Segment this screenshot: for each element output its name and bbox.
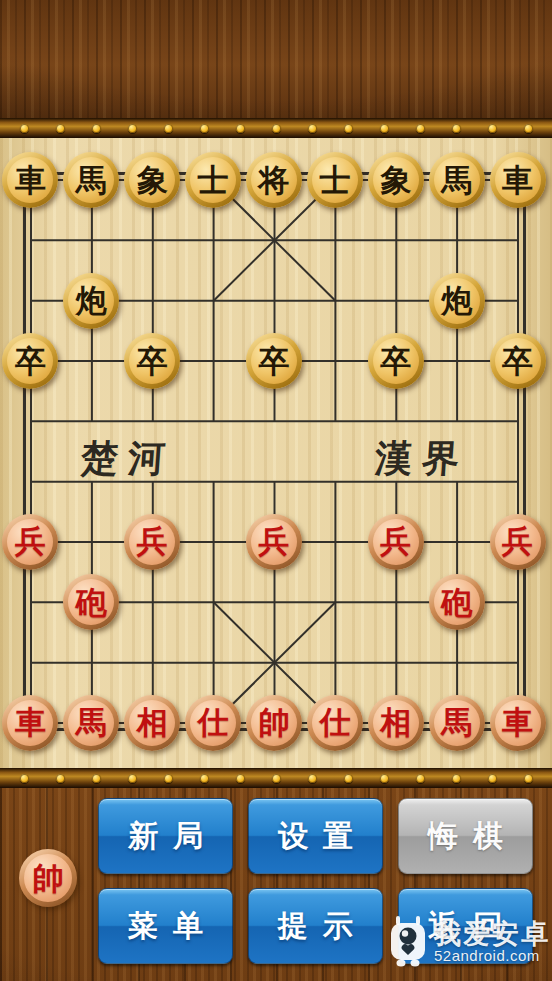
piece-red-chariot[interactable]: 車 xyxy=(2,695,58,751)
hint-button[interactable]: 提示 xyxy=(248,888,383,964)
piece-black-horse[interactable]: 馬 xyxy=(429,152,485,208)
menu-button[interactable]: 菜单 xyxy=(98,888,233,964)
piece-red-general[interactable]: 帥 xyxy=(246,695,302,751)
piece-red-soldier[interactable]: 兵 xyxy=(490,514,546,570)
rivet-stud xyxy=(164,774,173,783)
piece-char: 車 xyxy=(502,165,533,196)
mascot-robot-icon xyxy=(388,915,428,969)
xiangqi-app-screen: 楚河 漢界 車馬象士将士象馬車炮炮卒卒卒卒卒兵兵兵兵兵砲砲車馬相仕帥仕相馬車 帥… xyxy=(0,0,552,981)
piece-red-elephant[interactable]: 相 xyxy=(368,695,424,751)
piece-black-soldier[interactable]: 卒 xyxy=(246,333,302,389)
piece-char: 兵 xyxy=(15,526,46,557)
piece-red-elephant[interactable]: 相 xyxy=(124,695,180,751)
rivet-stud xyxy=(488,124,497,133)
piece-char: 馬 xyxy=(441,707,472,738)
piece-char: 炮 xyxy=(441,285,472,316)
bottom-rivet-row xyxy=(0,774,552,783)
rivet-stud xyxy=(452,774,461,783)
piece-red-soldier[interactable]: 兵 xyxy=(368,514,424,570)
piece-black-general[interactable]: 将 xyxy=(246,152,302,208)
piece-char: 車 xyxy=(15,707,46,738)
watermark: 我爱安卓 52android.com xyxy=(388,906,550,978)
piece-black-horse[interactable]: 馬 xyxy=(63,152,119,208)
rivet-stud xyxy=(164,124,173,133)
new-game-button-label: 新局 xyxy=(128,816,218,857)
settings-button[interactable]: 设置 xyxy=(248,798,383,874)
piece-char: 卒 xyxy=(137,346,168,377)
piece-black-advisor[interactable]: 士 xyxy=(185,152,241,208)
piece-red-cannon[interactable]: 砲 xyxy=(63,574,119,630)
piece-char: 士 xyxy=(319,165,350,196)
hint-button-label: 提示 xyxy=(278,906,368,947)
rivet-stud xyxy=(20,774,29,783)
top-rivet-rail xyxy=(0,118,552,138)
piece-char: 馬 xyxy=(76,707,107,738)
piece-black-advisor[interactable]: 士 xyxy=(307,152,363,208)
piece-black-soldier[interactable]: 卒 xyxy=(490,333,546,389)
piece-red-soldier[interactable]: 兵 xyxy=(2,514,58,570)
board-grid: 車馬象士将士象馬車炮炮卒卒卒卒卒兵兵兵兵兵砲砲車馬相仕帥仕相馬車 xyxy=(0,150,548,753)
watermark-url: 52android.com xyxy=(434,948,550,964)
piece-char: 卒 xyxy=(258,346,289,377)
piece-red-soldier[interactable]: 兵 xyxy=(246,514,302,570)
rivet-stud xyxy=(92,774,101,783)
rivet-stud xyxy=(128,124,137,133)
rivet-stud xyxy=(452,124,461,133)
rivet-stud xyxy=(92,124,101,133)
piece-black-cannon[interactable]: 炮 xyxy=(429,273,485,329)
piece-char: 士 xyxy=(198,165,229,196)
rivet-stud xyxy=(272,124,281,133)
piece-char: 砲 xyxy=(441,587,472,618)
rivet-stud xyxy=(236,774,245,783)
settings-button-label: 设置 xyxy=(278,816,368,857)
piece-red-horse[interactable]: 馬 xyxy=(63,695,119,751)
undo-button-label: 悔棋 xyxy=(428,816,518,857)
piece-char: 卒 xyxy=(502,346,533,377)
watermark-title: 我爱安卓 xyxy=(434,920,550,948)
turn-indicator-piece: 帥 xyxy=(19,849,77,907)
rivet-stud xyxy=(308,774,317,783)
rivet-stud xyxy=(236,124,245,133)
rivet-stud xyxy=(524,124,533,133)
turn-indicator-char: 帥 xyxy=(33,863,64,894)
new-game-button[interactable]: 新局 xyxy=(98,798,233,874)
turn-indicator: 帥 xyxy=(19,849,77,907)
piece-char: 砲 xyxy=(76,587,107,618)
rivet-stud xyxy=(344,124,353,133)
undo-button[interactable]: 悔棋 xyxy=(398,798,533,874)
piece-red-soldier[interactable]: 兵 xyxy=(124,514,180,570)
rivet-stud xyxy=(380,124,389,133)
piece-red-advisor[interactable]: 仕 xyxy=(307,695,363,751)
xiangqi-board[interactable]: 楚河 漢界 車馬象士将士象馬車炮炮卒卒卒卒卒兵兵兵兵兵砲砲車馬相仕帥仕相馬車 xyxy=(0,138,552,768)
piece-char: 兵 xyxy=(137,526,168,557)
piece-black-chariot[interactable]: 車 xyxy=(2,152,58,208)
rivet-stud xyxy=(272,774,281,783)
piece-red-advisor[interactable]: 仕 xyxy=(185,695,241,751)
piece-char: 車 xyxy=(502,707,533,738)
rivet-stud xyxy=(488,774,497,783)
rivet-stud xyxy=(56,774,65,783)
piece-black-soldier[interactable]: 卒 xyxy=(2,333,58,389)
piece-char: 象 xyxy=(137,165,168,196)
rivet-stud xyxy=(20,124,29,133)
piece-black-chariot[interactable]: 車 xyxy=(490,152,546,208)
piece-char: 象 xyxy=(380,165,411,196)
piece-black-elephant[interactable]: 象 xyxy=(124,152,180,208)
rivet-stud xyxy=(524,774,533,783)
rivet-stud xyxy=(56,124,65,133)
piece-black-soldier[interactable]: 卒 xyxy=(368,333,424,389)
rivet-stud xyxy=(128,774,137,783)
rivet-stud xyxy=(344,774,353,783)
piece-char: 卒 xyxy=(15,346,46,377)
piece-char: 炮 xyxy=(76,285,107,316)
piece-char: 仕 xyxy=(319,707,350,738)
rivet-stud xyxy=(416,774,425,783)
piece-char: 馬 xyxy=(76,165,107,196)
rivet-stud xyxy=(416,124,425,133)
menu-button-label: 菜单 xyxy=(128,906,218,947)
piece-red-chariot[interactable]: 車 xyxy=(490,695,546,751)
piece-black-soldier[interactable]: 卒 xyxy=(124,333,180,389)
piece-char: 車 xyxy=(15,165,46,196)
piece-char: 兵 xyxy=(502,526,533,557)
piece-char: 仕 xyxy=(198,707,229,738)
rivet-stud xyxy=(200,124,209,133)
rivet-stud xyxy=(380,774,389,783)
piece-red-horse[interactable]: 馬 xyxy=(429,695,485,751)
bottom-rivet-rail xyxy=(0,768,552,788)
piece-char: 兵 xyxy=(258,526,289,557)
piece-char: 卒 xyxy=(380,346,411,377)
piece-red-cannon[interactable]: 砲 xyxy=(429,574,485,630)
piece-char: 相 xyxy=(137,707,168,738)
piece-black-cannon[interactable]: 炮 xyxy=(63,273,119,329)
piece-char: 相 xyxy=(380,707,411,738)
rivet-stud xyxy=(308,124,317,133)
rivet-stud xyxy=(200,774,209,783)
piece-char: 将 xyxy=(258,165,289,196)
piece-char: 兵 xyxy=(380,526,411,557)
piece-black-elephant[interactable]: 象 xyxy=(368,152,424,208)
piece-char: 馬 xyxy=(441,165,472,196)
top-wood-panel xyxy=(0,0,552,118)
piece-char: 帥 xyxy=(258,707,289,738)
top-rivet-row xyxy=(0,124,552,133)
